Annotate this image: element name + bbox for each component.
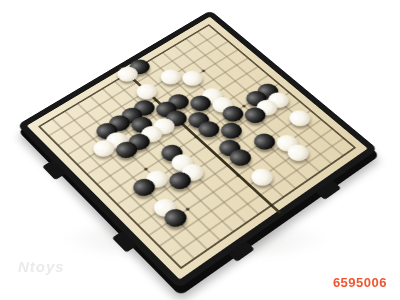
watermark: Ntoys — [18, 258, 65, 275]
board-foot — [42, 160, 66, 180]
product-code: 6595006 — [333, 275, 387, 290]
board-foot — [315, 180, 341, 200]
product-photo-scene: Ntoys 6595006 — [0, 0, 400, 300]
